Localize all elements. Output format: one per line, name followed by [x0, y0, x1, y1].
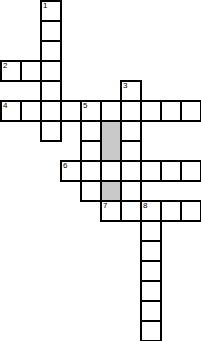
grid-cell[interactable]: 4 [0, 100, 22, 122]
grid-cell[interactable] [40, 80, 62, 102]
grid-cell[interactable] [80, 180, 102, 202]
grid-cell[interactable] [40, 60, 62, 82]
clue-number: 5 [83, 101, 87, 110]
shaded-cell [100, 120, 122, 162]
grid-cell[interactable]: 6 [60, 160, 82, 182]
grid-cell[interactable] [140, 320, 162, 341]
grid-cell[interactable] [20, 60, 42, 82]
clue-number: 1 [43, 1, 47, 10]
grid-cell[interactable] [120, 160, 142, 182]
grid-cell[interactable] [140, 160, 162, 182]
grid-cell[interactable] [40, 120, 62, 142]
grid-cell[interactable] [80, 160, 102, 182]
grid-cell[interactable]: 7 [100, 200, 122, 222]
grid-cell[interactable] [20, 100, 42, 122]
clue-number: 2 [3, 61, 7, 70]
grid-cell[interactable] [140, 240, 162, 262]
grid-cell[interactable]: 3 [120, 80, 142, 102]
grid-cell[interactable] [160, 100, 182, 122]
grid-cell[interactable] [120, 180, 142, 202]
grid-cell[interactable] [40, 20, 62, 42]
grid-cell[interactable] [140, 100, 162, 122]
grid-cell[interactable] [180, 200, 201, 222]
clue-number: 6 [63, 161, 67, 170]
grid-cell[interactable] [160, 200, 182, 222]
grid-cell[interactable]: 5 [80, 100, 102, 122]
grid-cell[interactable]: 2 [0, 60, 22, 82]
grid-cell[interactable] [100, 160, 122, 182]
grid-cell[interactable] [100, 100, 122, 122]
grid-cell[interactable] [140, 300, 162, 322]
grid-cell[interactable] [80, 140, 102, 162]
grid-cell[interactable] [120, 140, 142, 162]
grid-cell[interactable] [40, 40, 62, 62]
grid-cell[interactable] [180, 160, 201, 182]
grid-cell[interactable] [120, 200, 142, 222]
grid-cell[interactable] [140, 220, 162, 242]
grid-cell[interactable]: 1 [40, 0, 62, 22]
grid-cell[interactable] [120, 120, 142, 142]
grid-cell[interactable]: 8 [140, 200, 162, 222]
clue-number: 4 [3, 101, 7, 110]
grid-cell[interactable] [140, 280, 162, 302]
grid-cell[interactable] [140, 260, 162, 282]
clue-number: 7 [103, 201, 107, 210]
grid-cell[interactable] [160, 160, 182, 182]
grid-cell[interactable] [120, 100, 142, 122]
crossword-board: 12345678 [0, 0, 201, 341]
clue-number: 3 [123, 81, 127, 90]
grid-cell[interactable] [60, 100, 82, 122]
grid-cell[interactable] [40, 100, 62, 122]
grid-cell[interactable] [180, 100, 201, 122]
clue-number: 8 [143, 201, 147, 210]
grid-cell[interactable] [80, 120, 102, 142]
shaded-cell [100, 180, 122, 202]
